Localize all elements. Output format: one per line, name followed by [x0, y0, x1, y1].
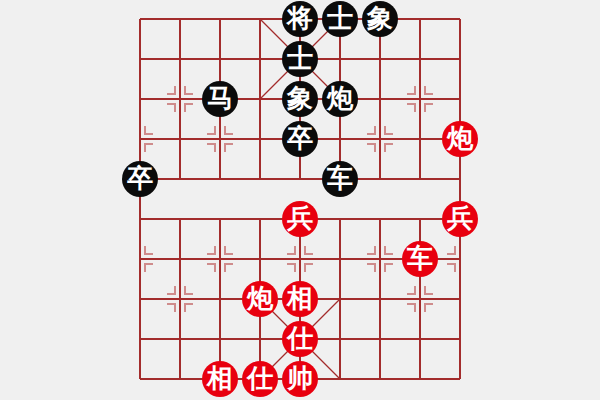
piece-glyph: 士: [287, 45, 313, 71]
piece-glyph: 马: [207, 85, 233, 111]
piece-glyph: 象: [287, 85, 313, 111]
piece-black-general[interactable]: 将: [282, 1, 318, 37]
piece-glyph: 炮: [327, 85, 353, 111]
piece-red-advisor[interactable]: 仕: [242, 361, 278, 397]
piece-glyph: 兵: [447, 205, 473, 231]
piece-red-cannon[interactable]: 炮: [442, 121, 478, 157]
piece-glyph: 炮: [247, 285, 273, 311]
piece-glyph: 炮: [447, 125, 473, 151]
piece-glyph: 卒: [127, 165, 153, 191]
piece-red-elephant[interactable]: 相: [202, 361, 238, 397]
piece-black-soldier[interactable]: 卒: [282, 121, 318, 157]
piece-glyph: 兵: [287, 205, 313, 231]
piece-black-horse[interactable]: 马: [202, 81, 238, 117]
piece-glyph: 相: [207, 365, 233, 391]
piece-glyph: 车: [407, 245, 433, 271]
piece-glyph: 仕: [247, 365, 273, 391]
piece-glyph: 车: [327, 165, 353, 191]
piece-red-general[interactable]: 帅: [282, 361, 318, 397]
piece-red-chariot[interactable]: 车: [402, 241, 438, 277]
piece-glyph: 象: [367, 5, 393, 31]
piece-black-elephant[interactable]: 象: [362, 1, 398, 37]
piece-glyph: 士: [327, 5, 353, 31]
piece-black-advisor[interactable]: 士: [322, 1, 358, 37]
piece-red-soldier[interactable]: 兵: [442, 201, 478, 237]
piece-black-cannon[interactable]: 炮: [322, 81, 358, 117]
piece-black-advisor[interactable]: 士: [282, 41, 318, 77]
piece-black-elephant[interactable]: 象: [282, 81, 318, 117]
piece-red-elephant[interactable]: 相: [282, 281, 318, 317]
piece-red-soldier[interactable]: 兵: [282, 201, 318, 237]
pieces-grid: 将士象士马象炮卒炮卒车兵兵车炮相仕相仕帅: [120, 0, 480, 399]
xiangqi-board: 将士象士马象炮卒炮卒车兵兵车炮相仕相仕帅: [0, 0, 600, 400]
piece-glyph: 卒: [287, 125, 313, 151]
piece-glyph: 相: [287, 285, 313, 311]
piece-black-chariot[interactable]: 车: [322, 161, 358, 197]
piece-black-soldier[interactable]: 卒: [122, 161, 158, 197]
piece-glyph: 帅: [287, 365, 313, 391]
piece-red-advisor[interactable]: 仕: [282, 321, 318, 357]
piece-glyph: 仕: [287, 325, 313, 351]
piece-red-cannon[interactable]: 炮: [242, 281, 278, 317]
piece-glyph: 将: [287, 5, 313, 31]
